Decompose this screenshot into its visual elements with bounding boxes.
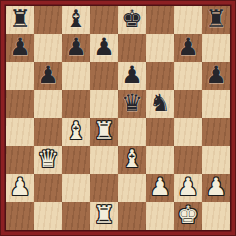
square-d7[interactable]: ♟ <box>90 34 118 62</box>
piece-white-pawn[interactable]: ♟ <box>9 175 31 199</box>
piece-white-rook[interactable]: ♜ <box>93 119 115 143</box>
square-c8[interactable]: ♝ <box>62 6 90 34</box>
piece-black-pawn[interactable]: ♟ <box>9 35 31 59</box>
square-e4[interactable] <box>118 118 146 146</box>
square-h6[interactable]: ♟ <box>202 62 230 90</box>
square-a7[interactable]: ♟ <box>6 34 34 62</box>
square-a5[interactable] <box>6 90 34 118</box>
square-a2[interactable]: ♟ <box>6 174 34 202</box>
piece-white-queen[interactable]: ♛ <box>37 147 59 171</box>
square-h3[interactable] <box>202 146 230 174</box>
square-c4[interactable]: ♝ <box>62 118 90 146</box>
square-e2[interactable] <box>118 174 146 202</box>
square-d5[interactable] <box>90 90 118 118</box>
square-h5[interactable] <box>202 90 230 118</box>
piece-black-rook[interactable]: ♜ <box>9 7 31 31</box>
square-d6[interactable] <box>90 62 118 90</box>
square-g6[interactable] <box>174 62 202 90</box>
square-h4[interactable] <box>202 118 230 146</box>
square-b4[interactable] <box>34 118 62 146</box>
square-c7[interactable]: ♟ <box>62 34 90 62</box>
piece-white-rook[interactable]: ♜ <box>93 203 115 227</box>
chess-board-frame: ♜♝♚♜♟♟♟♟♟♟♟♛♞♝♜♛♝♟♟♟♟♜♚ <box>0 0 236 236</box>
square-h2[interactable]: ♟ <box>202 174 230 202</box>
square-b3[interactable]: ♛ <box>34 146 62 174</box>
square-f6[interactable] <box>146 62 174 90</box>
square-a6[interactable] <box>6 62 34 90</box>
piece-black-rook[interactable]: ♜ <box>205 7 227 31</box>
chess-board: ♜♝♚♜♟♟♟♟♟♟♟♛♞♝♜♛♝♟♟♟♟♜♚ <box>6 6 230 230</box>
piece-white-pawn[interactable]: ♟ <box>177 175 199 199</box>
square-c5[interactable] <box>62 90 90 118</box>
square-g3[interactable] <box>174 146 202 174</box>
square-c6[interactable] <box>62 62 90 90</box>
piece-white-bishop[interactable]: ♝ <box>65 119 87 143</box>
piece-black-king[interactable]: ♚ <box>121 7 143 31</box>
square-b1[interactable] <box>34 202 62 230</box>
square-e3[interactable]: ♝ <box>118 146 146 174</box>
square-f4[interactable] <box>146 118 174 146</box>
square-h7[interactable] <box>202 34 230 62</box>
square-a3[interactable] <box>6 146 34 174</box>
piece-white-bishop[interactable]: ♝ <box>121 147 143 171</box>
square-a1[interactable] <box>6 202 34 230</box>
square-d8[interactable] <box>90 6 118 34</box>
square-d4[interactable]: ♜ <box>90 118 118 146</box>
square-f5[interactable]: ♞ <box>146 90 174 118</box>
square-c3[interactable] <box>62 146 90 174</box>
square-f1[interactable] <box>146 202 174 230</box>
square-b8[interactable] <box>34 6 62 34</box>
piece-black-pawn[interactable]: ♟ <box>205 63 227 87</box>
piece-white-pawn[interactable]: ♟ <box>149 175 171 199</box>
square-h1[interactable] <box>202 202 230 230</box>
piece-black-pawn[interactable]: ♟ <box>65 35 87 59</box>
piece-black-pawn[interactable]: ♟ <box>121 63 143 87</box>
piece-black-knight[interactable]: ♞ <box>149 91 171 115</box>
square-f8[interactable] <box>146 6 174 34</box>
square-h8[interactable]: ♜ <box>202 6 230 34</box>
square-b2[interactable] <box>34 174 62 202</box>
square-g7[interactable]: ♟ <box>174 34 202 62</box>
square-f3[interactable] <box>146 146 174 174</box>
piece-white-pawn[interactable]: ♟ <box>205 175 227 199</box>
square-e6[interactable]: ♟ <box>118 62 146 90</box>
square-f7[interactable] <box>146 34 174 62</box>
square-e8[interactable]: ♚ <box>118 6 146 34</box>
square-b6[interactable]: ♟ <box>34 62 62 90</box>
square-e7[interactable] <box>118 34 146 62</box>
square-d2[interactable] <box>90 174 118 202</box>
square-g1[interactable]: ♚ <box>174 202 202 230</box>
square-d1[interactable]: ♜ <box>90 202 118 230</box>
piece-black-pawn[interactable]: ♟ <box>37 63 59 87</box>
square-a4[interactable] <box>6 118 34 146</box>
square-a8[interactable]: ♜ <box>6 6 34 34</box>
square-c2[interactable] <box>62 174 90 202</box>
square-f2[interactable]: ♟ <box>146 174 174 202</box>
piece-black-bishop[interactable]: ♝ <box>65 7 87 31</box>
square-g4[interactable] <box>174 118 202 146</box>
square-d3[interactable] <box>90 146 118 174</box>
square-e1[interactable] <box>118 202 146 230</box>
square-e5[interactable]: ♛ <box>118 90 146 118</box>
piece-black-pawn[interactable]: ♟ <box>177 35 199 59</box>
square-g5[interactable] <box>174 90 202 118</box>
square-c1[interactable] <box>62 202 90 230</box>
piece-black-queen[interactable]: ♛ <box>121 91 143 115</box>
piece-white-king[interactable]: ♚ <box>177 203 199 227</box>
piece-black-pawn[interactable]: ♟ <box>93 35 115 59</box>
square-b5[interactable] <box>34 90 62 118</box>
square-g2[interactable]: ♟ <box>174 174 202 202</box>
square-g8[interactable] <box>174 6 202 34</box>
square-b7[interactable] <box>34 34 62 62</box>
